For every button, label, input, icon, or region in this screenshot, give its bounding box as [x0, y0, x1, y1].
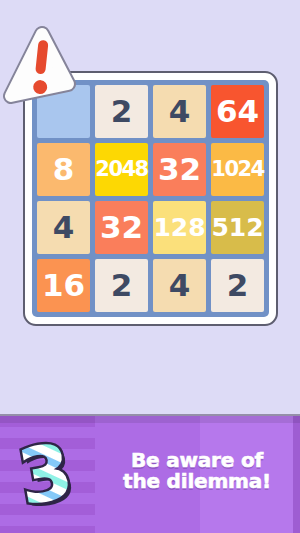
tile-4: 4 — [153, 85, 206, 138]
tile-16: 16 — [37, 259, 90, 312]
tile-4: 4 — [37, 201, 90, 254]
caption-line2: the dilemma! — [98, 471, 296, 492]
tile-4: 4 — [153, 259, 206, 312]
tile-512: 512 — [211, 201, 264, 254]
caption-line1: Be aware of — [98, 450, 296, 471]
game-board: 24648204832102443212851216242 — [23, 71, 278, 326]
banner-caption: Be aware of the dilemma! — [98, 450, 296, 492]
tile-64: 64 — [211, 85, 264, 138]
tile-2: 2 — [95, 259, 148, 312]
tile-2: 2 — [211, 259, 264, 312]
tile-8: 8 — [37, 143, 90, 196]
board-grid[interactable]: 24648204832102443212851216242 — [32, 80, 269, 317]
tile-32: 32 — [153, 143, 206, 196]
tile-32: 32 — [95, 201, 148, 254]
tile-128: 128 — [153, 201, 206, 254]
tile-2048: 2048 — [95, 143, 148, 196]
promo-banner: 3 3 Be aware of the dilemma! — [0, 416, 300, 533]
alert-badge — [2, 24, 76, 108]
app-logo-3-icon: 3 3 — [10, 428, 86, 520]
tile-2: 2 — [95, 85, 148, 138]
banner-top-shade — [0, 416, 300, 423]
tile-1024: 1024 — [211, 143, 264, 196]
app-screenshot: 24648204832102443212851216242 3 3 — [0, 0, 300, 533]
